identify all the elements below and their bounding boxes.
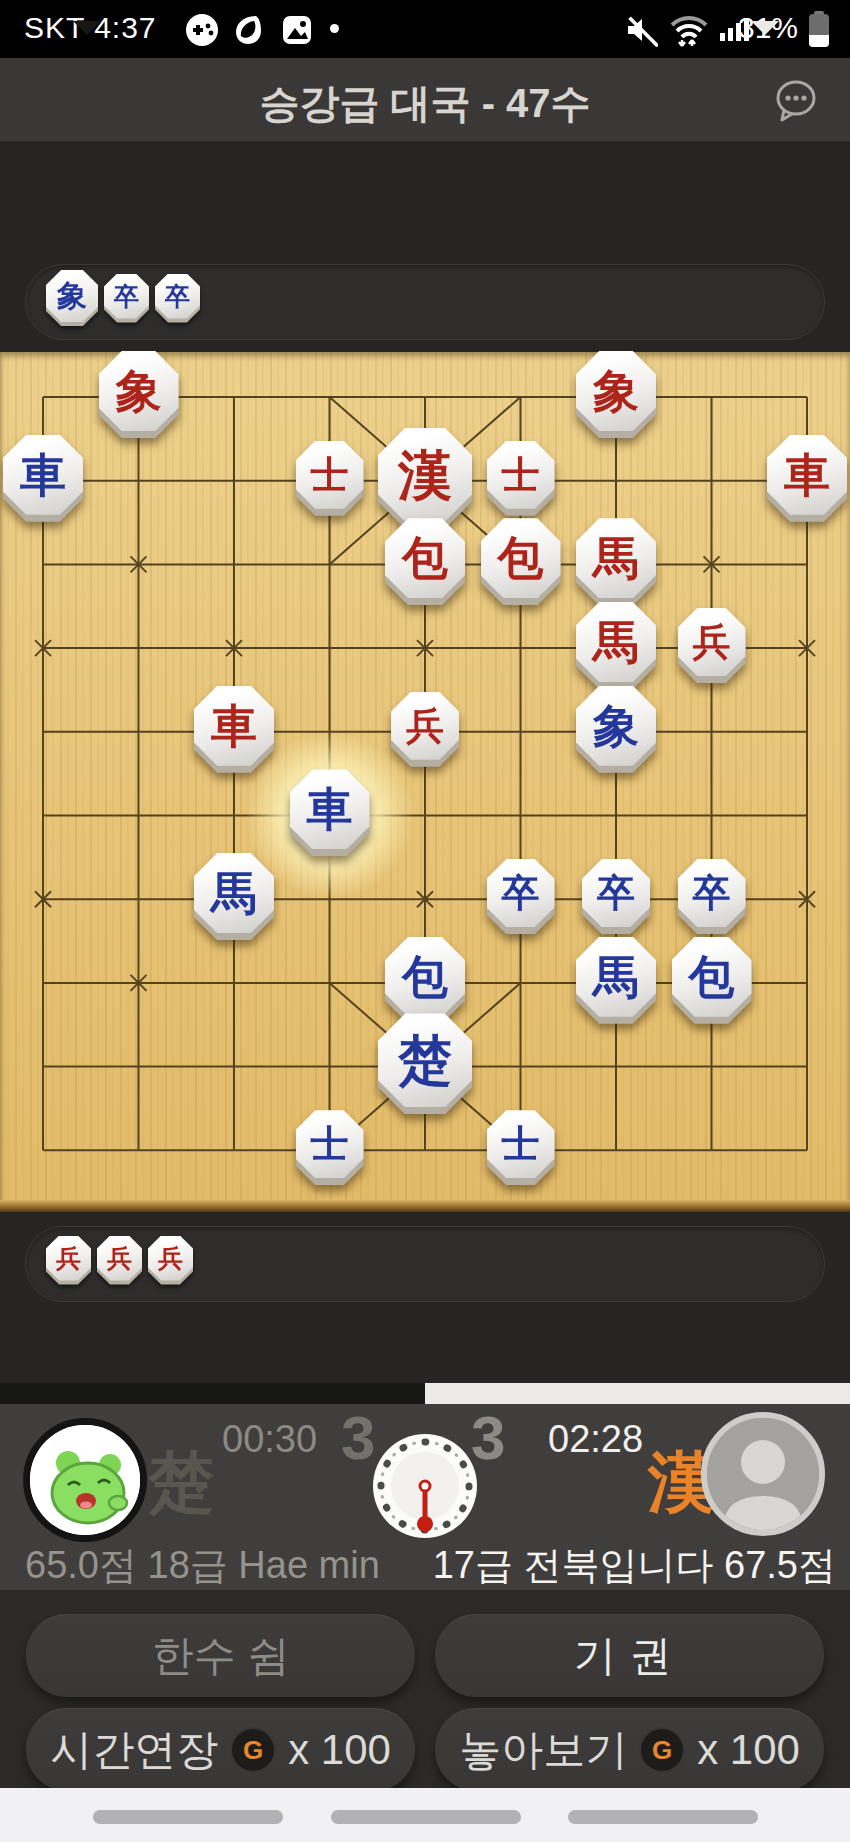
board-cell-f10[interactable]: 士: [473, 1108, 569, 1192]
board-cell-b6[interactable]: [91, 774, 187, 858]
board-cell-c1[interactable]: [186, 355, 282, 439]
gold-coin-icon: G: [230, 1727, 276, 1773]
captured-tray-bottom: 兵兵兵: [25, 1226, 825, 1302]
board-cell-g8[interactable]: 馬: [568, 941, 664, 1025]
board-cell-b2[interactable]: [91, 439, 187, 523]
board-cell-h7[interactable]: 卒: [664, 857, 760, 941]
board-cell-d9[interactable]: [282, 1025, 378, 1109]
board-cell-i5[interactable]: [759, 690, 850, 774]
nav-home-button[interactable]: [331, 1810, 521, 1824]
piece-cho-車[interactable]: 車: [290, 769, 370, 849]
notification-dot: [330, 24, 339, 33]
board-cell-h1[interactable]: [664, 355, 760, 439]
mute-icon: [622, 13, 658, 47]
janggi-board: 象象車士漢士車包包馬馬兵車兵象車馬卒卒卒包馬包楚士士: [0, 352, 850, 1212]
nav-recents-button[interactable]: [93, 1810, 283, 1824]
board-cell-f5[interactable]: [473, 690, 569, 774]
board-cell-f7[interactable]: 卒: [473, 857, 569, 941]
board-cell-g6[interactable]: [568, 774, 664, 858]
timer-notch-right: [751, 21, 779, 35]
board-cell-b10[interactable]: [91, 1108, 187, 1192]
board-grid: 象象車士漢士車包包馬馬兵車兵象車馬卒卒卒包馬包楚士士: [0, 355, 850, 1192]
board-cell-a10[interactable]: [0, 1108, 91, 1192]
board-cell-a1[interactable]: [0, 355, 91, 439]
board-cell-h6[interactable]: [664, 774, 760, 858]
board-cell-e7[interactable]: [377, 857, 473, 941]
swoosh-app-icon: [232, 13, 266, 47]
board-cell-b1[interactable]: 象: [91, 355, 187, 439]
board-cell-e2[interactable]: 漢: [377, 439, 473, 523]
board-cell-e10[interactable]: [377, 1108, 473, 1192]
board-cell-e9[interactable]: 楚: [377, 1025, 473, 1109]
board-cell-a2[interactable]: 車: [0, 439, 91, 523]
right-player-time: 02:28: [548, 1418, 643, 1461]
board-cell-f1[interactable]: [473, 355, 569, 439]
board-cell-a7[interactable]: [0, 857, 91, 941]
piece-han-士[interactable]: 士: [487, 441, 555, 509]
board-cell-g9[interactable]: [568, 1025, 664, 1109]
board-cell-c9[interactable]: [186, 1025, 282, 1109]
board-cell-i4[interactable]: [759, 606, 850, 690]
board-cell-f6[interactable]: [473, 774, 569, 858]
android-nav-bar: [0, 1788, 850, 1842]
board-cell-b9[interactable]: [91, 1025, 187, 1109]
resign-button[interactable]: 기권: [435, 1614, 824, 1697]
board-cell-d8[interactable]: [282, 941, 378, 1025]
board-cell-a9[interactable]: [0, 1025, 91, 1109]
captured-piece-兵: 兵: [97, 1236, 142, 1281]
board-cell-d1[interactable]: [282, 355, 378, 439]
piece-cho-卒[interactable]: 卒: [678, 859, 746, 927]
piece-han-馬[interactable]: 馬: [576, 602, 656, 682]
chat-bubble-icon[interactable]: [770, 76, 822, 126]
board-cell-b5[interactable]: [91, 690, 187, 774]
piece-han-士[interactable]: 士: [296, 441, 364, 509]
board-cell-i8[interactable]: [759, 941, 850, 1025]
board-cell-f4[interactable]: [473, 606, 569, 690]
board-cell-c2[interactable]: [186, 439, 282, 523]
piece-cho-象[interactable]: 象: [576, 686, 656, 766]
board-cell-b7[interactable]: [91, 857, 187, 941]
piece-han-象[interactable]: 象: [576, 351, 656, 431]
board-cell-d2[interactable]: 士: [282, 439, 378, 523]
status-bar: SKT 4:37 31%: [0, 0, 850, 58]
piece-han-兵[interactable]: 兵: [391, 692, 459, 760]
board-cell-c8[interactable]: [186, 941, 282, 1025]
board-cell-i9[interactable]: [759, 1025, 850, 1109]
pass-button[interactable]: 한수 쉼: [26, 1614, 415, 1697]
board-cell-h3[interactable]: [664, 523, 760, 607]
board-cell-h2[interactable]: [664, 439, 760, 523]
nav-back-button[interactable]: [568, 1810, 758, 1824]
board-cell-d3[interactable]: [282, 523, 378, 607]
captured-tray-top: 象卒卒: [25, 264, 825, 340]
board-cell-h5[interactable]: [664, 690, 760, 774]
piece-cho-士[interactable]: 士: [487, 1110, 555, 1178]
board-cell-e6[interactable]: [377, 774, 473, 858]
board-cell-f8[interactable]: [473, 941, 569, 1025]
board-cell-i10[interactable]: [759, 1108, 850, 1192]
board-cell-h10[interactable]: [664, 1108, 760, 1192]
board-cell-c3[interactable]: [186, 523, 282, 607]
piece-cho-馬[interactable]: 馬: [576, 937, 656, 1017]
piece-cho-楚[interactable]: 楚: [378, 1013, 472, 1107]
board-cell-h9[interactable]: [664, 1025, 760, 1109]
review-button[interactable]: 놓아보기 G x 100: [435, 1708, 824, 1791]
piece-cho-卒[interactable]: 卒: [582, 859, 650, 927]
piece-cho-包[interactable]: 包: [385, 937, 465, 1017]
board-cell-d4[interactable]: [282, 606, 378, 690]
board-cell-a6[interactable]: [0, 774, 91, 858]
wifi-icon: [668, 13, 710, 49]
captured-piece-兵: 兵: [148, 1236, 193, 1281]
board-cell-a8[interactable]: [0, 941, 91, 1025]
piece-cho-卒[interactable]: 卒: [487, 859, 555, 927]
board-cell-c4[interactable]: [186, 606, 282, 690]
captured-piece-卒: 卒: [155, 274, 200, 319]
left-side-glyph-cho: 楚: [148, 1438, 214, 1528]
game-clock-icon: [371, 1432, 479, 1544]
board-cell-i2[interactable]: 車: [759, 439, 850, 523]
board-cell-d7[interactable]: [282, 857, 378, 941]
board-cell-i3[interactable]: [759, 523, 850, 607]
captured-piece-象: 象: [46, 270, 98, 322]
title-bar: 승강급 대국 - 47수: [0, 58, 850, 141]
action-button-zone: 한수 쉼 기권 시간연장 G x 100 놓아보기 G x 100: [0, 1590, 850, 1788]
piece-cho-士[interactable]: 士: [296, 1110, 364, 1178]
board-cell-a3[interactable]: [0, 523, 91, 607]
board-cell-d10[interactable]: 士: [282, 1108, 378, 1192]
piece-han-車[interactable]: 車: [767, 435, 847, 515]
board-cell-i6[interactable]: [759, 774, 850, 858]
board-cell-g5[interactable]: 象: [568, 690, 664, 774]
timer-bar-right: [425, 1383, 850, 1404]
captured-piece-兵: 兵: [46, 1236, 91, 1281]
left-player-time: 00:30: [222, 1418, 317, 1461]
person-silhouette: [707, 1418, 819, 1530]
board-cell-e8[interactable]: 包: [377, 941, 473, 1025]
game-launcher-icon: [185, 13, 219, 47]
board-cell-g10[interactable]: [568, 1108, 664, 1192]
extend-time-button[interactable]: 시간연장 G x 100: [26, 1708, 415, 1791]
page-title: 승강급 대국 - 47수: [0, 76, 850, 131]
board-cell-e4[interactable]: [377, 606, 473, 690]
piece-cho-車[interactable]: 車: [3, 435, 83, 515]
board-cell-e1[interactable]: [377, 355, 473, 439]
board-cell-a5[interactable]: [0, 690, 91, 774]
board-cell-h4[interactable]: 兵: [664, 606, 760, 690]
timer-bar-left: [0, 1383, 425, 1404]
board-cell-b8[interactable]: [91, 941, 187, 1025]
board-cell-g4[interactable]: 馬: [568, 606, 664, 690]
board-bottom-edge: [0, 1200, 850, 1212]
piece-han-包[interactable]: 包: [481, 518, 561, 598]
timer-notch-left: [73, 21, 101, 35]
board-cell-g7[interactable]: 卒: [568, 857, 664, 941]
board-cell-i1[interactable]: [759, 355, 850, 439]
board-cell-g3[interactable]: 馬: [568, 523, 664, 607]
board-cell-d6[interactable]: 車: [282, 774, 378, 858]
piece-han-包[interactable]: 包: [385, 518, 465, 598]
board-cell-f3[interactable]: 包: [473, 523, 569, 607]
left-player-name: 65.0점 18급 Hae min: [25, 1540, 380, 1591]
piece-cho-馬[interactable]: 馬: [194, 853, 274, 933]
board-cell-i7[interactable]: [759, 857, 850, 941]
board-cell-c7[interactable]: 馬: [186, 857, 282, 941]
board-cell-e3[interactable]: 包: [377, 523, 473, 607]
board-cell-f9[interactable]: [473, 1025, 569, 1109]
piece-han-馬[interactable]: 馬: [576, 518, 656, 598]
piece-han-象[interactable]: 象: [99, 351, 179, 431]
board-cell-c10[interactable]: [186, 1108, 282, 1192]
janggi-app-screen: SKT 4:37 31% 승강급: [0, 0, 850, 1842]
board-cell-b3[interactable]: [91, 523, 187, 607]
captured-piece-卒: 卒: [104, 274, 149, 319]
gallery-app-icon: [280, 13, 314, 47]
frog-avatar-image: [30, 1425, 142, 1537]
right-player-name: 17급 전북입니다 67.5점: [433, 1540, 836, 1591]
board-cell-a4[interactable]: [0, 606, 91, 690]
board-cell-f2[interactable]: 士: [473, 439, 569, 523]
board-cell-b4[interactable]: [91, 606, 187, 690]
piece-han-漢[interactable]: 漢: [378, 428, 472, 522]
left-player-avatar[interactable]: [23, 1418, 147, 1542]
piece-cho-包[interactable]: 包: [672, 937, 752, 1017]
board-cell-g1[interactable]: 象: [568, 355, 664, 439]
piece-han-兵[interactable]: 兵: [678, 608, 746, 676]
gold-coin-icon: G: [639, 1727, 685, 1773]
board-cell-g2[interactable]: [568, 439, 664, 523]
right-player-score: 3: [471, 1402, 505, 1473]
board-cell-h8[interactable]: 包: [664, 941, 760, 1025]
right-player-avatar[interactable]: [701, 1412, 825, 1536]
piece-han-車[interactable]: 車: [194, 686, 274, 766]
battery-icon: [806, 9, 832, 49]
